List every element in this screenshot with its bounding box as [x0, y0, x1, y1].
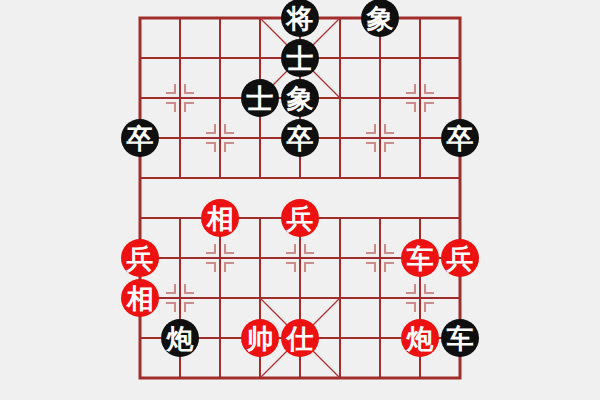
xiangqi-board: 将象士士象卒卒卒相兵兵车兵相炮帅仕炮车	[0, 0, 600, 400]
black-soldier[interactable]: 卒	[281, 119, 319, 157]
black-general[interactable]: 将	[281, 0, 319, 37]
black-advisor[interactable]: 士	[281, 39, 319, 77]
red-elephant[interactable]: 相	[201, 199, 239, 237]
board-grid: 将象士士象卒卒卒相兵兵车兵相炮帅仕炮车	[120, 0, 480, 398]
red-chariot[interactable]: 车	[401, 239, 439, 277]
red-cannon[interactable]: 炮	[401, 319, 439, 357]
red-advisor[interactable]: 仕	[281, 319, 319, 357]
red-general[interactable]: 帅	[241, 319, 279, 357]
black-cannon[interactable]: 炮	[161, 319, 199, 357]
black-advisor[interactable]: 士	[241, 79, 279, 117]
red-soldier[interactable]: 兵	[281, 199, 319, 237]
red-elephant[interactable]: 相	[121, 279, 159, 317]
black-elephant[interactable]: 象	[281, 79, 319, 117]
black-soldier[interactable]: 卒	[441, 119, 479, 157]
red-soldier[interactable]: 兵	[121, 239, 159, 277]
black-soldier[interactable]: 卒	[121, 119, 159, 157]
black-elephant[interactable]: 象	[361, 0, 399, 37]
red-soldier[interactable]: 兵	[441, 239, 479, 277]
black-chariot[interactable]: 车	[441, 319, 479, 357]
